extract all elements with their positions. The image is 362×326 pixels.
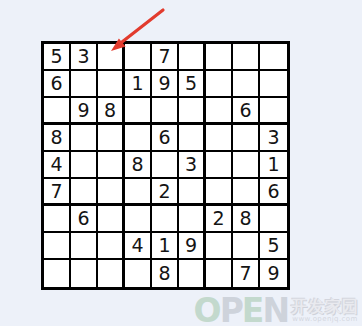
sudoku-cell-r4c7[interactable]: [206, 125, 233, 152]
sudoku-cell-r8c4[interactable]: 4: [125, 233, 152, 260]
sudoku-cell-r5c7[interactable]: [206, 152, 233, 179]
watermark-url: www.openjq.com: [292, 316, 357, 323]
sudoku-cell-r3c5[interactable]: [152, 98, 179, 125]
sudoku-cell-r9c3[interactable]: [98, 260, 125, 287]
sudoku-cell-r6c9[interactable]: 6: [260, 179, 287, 206]
sudoku-cell-r2c6[interactable]: 5: [179, 71, 206, 98]
sudoku-cell-r5c5[interactable]: [152, 152, 179, 179]
sudoku-cell-r2c7[interactable]: [206, 71, 233, 98]
sudoku-board: 537619598686348317266284195879: [41, 41, 290, 290]
sudoku-cell-r9c4[interactable]: [125, 260, 152, 287]
sudoku-cell-r7c2[interactable]: 6: [71, 206, 98, 233]
sudoku-cell-r4c2[interactable]: [71, 125, 98, 152]
sudoku-cell-r7c8[interactable]: 8: [233, 206, 260, 233]
sudoku-cell-r7c4[interactable]: [125, 206, 152, 233]
sudoku-cell-r1c7[interactable]: [206, 44, 233, 71]
sudoku-cell-r8c7[interactable]: [206, 233, 233, 260]
sudoku-cell-r6c1[interactable]: 7: [44, 179, 71, 206]
sudoku-cell-r9c5[interactable]: 8: [152, 260, 179, 287]
sudoku-cell-r4c5[interactable]: 6: [152, 125, 179, 152]
sudoku-cell-r6c7[interactable]: [206, 179, 233, 206]
watermark-logo-letter: N: [262, 291, 288, 326]
sudoku-cell-r2c4[interactable]: 1: [125, 71, 152, 98]
sudoku-cell-r5c1[interactable]: 4: [44, 152, 71, 179]
sudoku-cell-r7c3[interactable]: [98, 206, 125, 233]
sudoku-cell-r3c4[interactable]: [125, 98, 152, 125]
sudoku-cell-r6c4[interactable]: [125, 179, 152, 206]
sudoku-cell-r8c6[interactable]: 9: [179, 233, 206, 260]
sudoku-cell-r1c1[interactable]: 5: [44, 44, 71, 71]
sudoku-cell-r4c1[interactable]: 8: [44, 125, 71, 152]
sudoku-cell-r3c2[interactable]: 9: [71, 98, 98, 125]
sudoku-cell-r5c3[interactable]: [98, 152, 125, 179]
sudoku-cell-r3c1[interactable]: [44, 98, 71, 125]
sudoku-cell-r6c6[interactable]: [179, 179, 206, 206]
watermark-site-name: 开发家园: [291, 299, 359, 315]
sudoku-cell-r1c3[interactable]: [98, 44, 125, 71]
sudoku-cell-r3c3[interactable]: 8: [98, 98, 125, 125]
sudoku-cell-r6c2[interactable]: [71, 179, 98, 206]
sudoku-cell-r4c9[interactable]: 3: [260, 125, 287, 152]
sudoku-cell-r6c8[interactable]: [233, 179, 260, 206]
sudoku-cell-r3c8[interactable]: 6: [233, 98, 260, 125]
sudoku-cell-r7c7[interactable]: 2: [206, 206, 233, 233]
sudoku-cell-r1c8[interactable]: [233, 44, 260, 71]
sudoku-cell-r5c4[interactable]: 8: [125, 152, 152, 179]
sudoku-cell-r2c2[interactable]: [71, 71, 98, 98]
sudoku-cell-r2c8[interactable]: [233, 71, 260, 98]
sudoku-cell-r2c9[interactable]: [260, 71, 287, 98]
sudoku-cell-r9c2[interactable]: [71, 260, 98, 287]
sudoku-cell-r7c1[interactable]: [44, 206, 71, 233]
sudoku-cell-r6c5[interactable]: 2: [152, 179, 179, 206]
sudoku-cell-r5c2[interactable]: [71, 152, 98, 179]
sudoku-cell-r8c9[interactable]: 5: [260, 233, 287, 260]
sudoku-cell-r4c3[interactable]: [98, 125, 125, 152]
sudoku-cell-r4c6[interactable]: [179, 125, 206, 152]
watermark-logo: OPEN: [194, 297, 288, 324]
sudoku-cell-r9c6[interactable]: [179, 260, 206, 287]
sudoku-cell-r8c2[interactable]: [71, 233, 98, 260]
sudoku-cell-r1c4[interactable]: [125, 44, 152, 71]
sudoku-cell-r9c8[interactable]: 7: [233, 260, 260, 287]
sudoku-cell-r9c1[interactable]: [44, 260, 71, 287]
sudoku-cell-r1c6[interactable]: [179, 44, 206, 71]
sudoku-cell-r5c6[interactable]: 3: [179, 152, 206, 179]
sudoku-cell-r2c3[interactable]: [98, 71, 125, 98]
watermark-logo-letter: P: [220, 291, 242, 326]
sudoku-cell-r8c1[interactable]: [44, 233, 71, 260]
sudoku-cell-r7c5[interactable]: [152, 206, 179, 233]
sudoku-cell-r3c6[interactable]: [179, 98, 206, 125]
sudoku-cell-r1c5[interactable]: 7: [152, 44, 179, 71]
sudoku-cell-r6c3[interactable]: [98, 179, 125, 206]
sudoku-cell-r9c9[interactable]: 9: [260, 260, 287, 287]
watermark: OPEN 开发家园 www.openjq.com: [194, 297, 359, 324]
sudoku-cell-r4c8[interactable]: [233, 125, 260, 152]
sudoku-cell-r9c7[interactable]: [206, 260, 233, 287]
sudoku-cell-r3c7[interactable]: [206, 98, 233, 125]
sudoku-cell-r3c9[interactable]: [260, 98, 287, 125]
watermark-logo-letter: O: [194, 291, 220, 326]
sudoku-cell-r1c9[interactable]: [260, 44, 287, 71]
sudoku-cell-r1c2[interactable]: 3: [71, 44, 98, 71]
sudoku-cell-r7c6[interactable]: [179, 206, 206, 233]
sudoku-cell-r8c8[interactable]: [233, 233, 260, 260]
sudoku-cell-r4c4[interactable]: [125, 125, 152, 152]
sudoku-cell-r7c9[interactable]: [260, 206, 287, 233]
sudoku-cell-r8c5[interactable]: 1: [152, 233, 179, 260]
sudoku-cell-r2c1[interactable]: 6: [44, 71, 71, 98]
sudoku-cell-r5c8[interactable]: [233, 152, 260, 179]
sudoku-cell-r2c5[interactable]: 9: [152, 71, 179, 98]
sudoku-cell-r8c3[interactable]: [98, 233, 125, 260]
watermark-logo-letter: E: [242, 291, 263, 326]
sudoku-cell-r5c9[interactable]: 1: [260, 152, 287, 179]
